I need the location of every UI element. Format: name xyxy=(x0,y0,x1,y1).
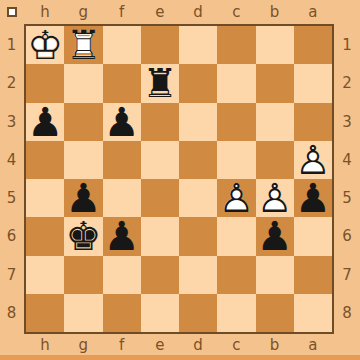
rank-label-left-4: 4 xyxy=(0,141,23,179)
square-a2[interactable] xyxy=(294,64,332,102)
piece-glyph: ♟ xyxy=(64,179,102,217)
file-label-bottom-d: d xyxy=(179,335,217,355)
square-d6[interactable] xyxy=(179,217,217,255)
piece-fill-layer: ♟ xyxy=(256,179,294,217)
square-e4[interactable] xyxy=(141,141,179,179)
white-pawn-b5[interactable]: ♟♙ xyxy=(256,179,294,217)
file-label-bottom-a: a xyxy=(294,335,332,355)
square-c5[interactable]: ♟♙ xyxy=(217,179,255,217)
square-c7[interactable] xyxy=(217,256,255,294)
square-g6[interactable]: ♚ xyxy=(64,217,102,255)
rank-label-right-8: 8 xyxy=(336,294,358,332)
chessboard-frame: hgfedcba 12345678 12345678 hgfedcba ♚♔♜♖… xyxy=(0,0,360,360)
rank-labels-right: 12345678 xyxy=(336,26,358,332)
file-label-bottom-e: e xyxy=(141,335,179,355)
square-c4[interactable] xyxy=(217,141,255,179)
square-d7[interactable] xyxy=(179,256,217,294)
rank-labels-left: 12345678 xyxy=(0,26,23,332)
board: ♚♔♜♖♜♟♟♟♙♟♟♙♟♙♟♚♟♟ xyxy=(24,24,334,334)
white-pawn-c5[interactable]: ♟♙ xyxy=(217,179,255,217)
rank-label-right-2: 2 xyxy=(336,64,358,102)
square-b5[interactable]: ♟♙ xyxy=(256,179,294,217)
rank-label-right-3: 3 xyxy=(336,103,358,141)
file-label-top-f: f xyxy=(103,0,141,23)
square-c1[interactable] xyxy=(217,26,255,64)
rank-label-left-2: 2 xyxy=(0,64,23,102)
rank-label-left-1: 1 xyxy=(0,26,23,64)
square-b4[interactable] xyxy=(256,141,294,179)
square-a3[interactable] xyxy=(294,103,332,141)
square-f5[interactable] xyxy=(103,179,141,217)
file-label-top-a: a xyxy=(294,0,332,23)
square-c8[interactable] xyxy=(217,294,255,332)
rank-label-right-1: 1 xyxy=(336,26,358,64)
square-b2[interactable] xyxy=(256,64,294,102)
rank-label-right-6: 6 xyxy=(336,217,358,255)
square-h4[interactable] xyxy=(26,141,64,179)
piece-outline-layer: ♔ xyxy=(26,26,64,64)
square-c3[interactable] xyxy=(217,103,255,141)
file-label-bottom-f: f xyxy=(103,335,141,355)
piece-fill-layer: ♚ xyxy=(26,26,64,64)
square-g7[interactable] xyxy=(64,256,102,294)
square-f8[interactable] xyxy=(103,294,141,332)
file-label-top-g: g xyxy=(64,0,102,23)
square-b1[interactable] xyxy=(256,26,294,64)
square-b7[interactable] xyxy=(256,256,294,294)
black-pawn-f6[interactable]: ♟ xyxy=(103,217,141,255)
black-pawn-g5[interactable]: ♟ xyxy=(64,179,102,217)
piece-outline-layer: ♖ xyxy=(64,26,102,64)
square-d8[interactable] xyxy=(179,294,217,332)
piece-fill-layer: ♜ xyxy=(64,26,102,64)
white-king-h1[interactable]: ♚♔ xyxy=(26,26,64,64)
square-h8[interactable] xyxy=(26,294,64,332)
square-e3[interactable] xyxy=(141,103,179,141)
file-label-top-b: b xyxy=(256,0,294,23)
piece-glyph: ♜ xyxy=(141,64,179,102)
square-g2[interactable] xyxy=(64,64,102,102)
square-a1[interactable] xyxy=(294,26,332,64)
square-d2[interactable] xyxy=(179,64,217,102)
square-f1[interactable] xyxy=(103,26,141,64)
file-label-top-e: e xyxy=(141,0,179,23)
black-king-g6[interactable]: ♚ xyxy=(64,217,102,255)
white-pawn-a4[interactable]: ♟♙ xyxy=(294,141,332,179)
square-f2[interactable] xyxy=(103,64,141,102)
file-label-top-c: c xyxy=(217,0,255,23)
piece-outline-layer: ♙ xyxy=(217,179,255,217)
piece-outline-layer: ♙ xyxy=(294,141,332,179)
piece-fill-layer: ♟ xyxy=(294,141,332,179)
rank-label-left-5: 5 xyxy=(0,179,23,217)
bottom-edge xyxy=(0,355,360,360)
piece-glyph: ♟ xyxy=(294,179,332,217)
square-a8[interactable] xyxy=(294,294,332,332)
piece-glyph: ♟ xyxy=(256,217,294,255)
square-f3[interactable]: ♟ xyxy=(103,103,141,141)
file-label-bottom-b: b xyxy=(256,335,294,355)
black-rook-e2[interactable]: ♜ xyxy=(141,64,179,102)
square-e6[interactable] xyxy=(141,217,179,255)
square-g3[interactable] xyxy=(64,103,102,141)
square-d3[interactable] xyxy=(179,103,217,141)
square-a6[interactable] xyxy=(294,217,332,255)
square-h7[interactable] xyxy=(26,256,64,294)
square-a7[interactable] xyxy=(294,256,332,294)
file-label-bottom-c: c xyxy=(217,335,255,355)
square-h5[interactable] xyxy=(26,179,64,217)
square-e7[interactable] xyxy=(141,256,179,294)
file-label-bottom-h: h xyxy=(26,335,64,355)
rank-label-right-7: 7 xyxy=(336,256,358,294)
file-label-top-d: d xyxy=(179,0,217,23)
square-f7[interactable] xyxy=(103,256,141,294)
square-g4[interactable] xyxy=(64,141,102,179)
file-label-bottom-g: g xyxy=(64,335,102,355)
black-pawn-h3[interactable]: ♟ xyxy=(26,103,64,141)
square-e8[interactable] xyxy=(141,294,179,332)
piece-glyph: ♚ xyxy=(64,217,102,255)
square-c2[interactable] xyxy=(217,64,255,102)
square-h3[interactable]: ♟ xyxy=(26,103,64,141)
piece-fill-layer: ♟ xyxy=(217,179,255,217)
square-d5[interactable] xyxy=(179,179,217,217)
black-pawn-a5[interactable]: ♟ xyxy=(294,179,332,217)
rank-label-right-4: 4 xyxy=(336,141,358,179)
square-g1[interactable]: ♜♖ xyxy=(64,26,102,64)
square-h2[interactable] xyxy=(26,64,64,102)
square-f4[interactable] xyxy=(103,141,141,179)
square-c6[interactable] xyxy=(217,217,255,255)
square-h1[interactable]: ♚♔ xyxy=(26,26,64,64)
rank-label-right-5: 5 xyxy=(336,179,358,217)
square-e1[interactable] xyxy=(141,26,179,64)
black-pawn-f3[interactable]: ♟ xyxy=(103,103,141,141)
white-rook-g1[interactable]: ♜♖ xyxy=(64,26,102,64)
square-b6[interactable]: ♟ xyxy=(256,217,294,255)
square-b3[interactable] xyxy=(256,103,294,141)
piece-glyph: ♟ xyxy=(103,217,141,255)
square-e5[interactable] xyxy=(141,179,179,217)
piece-glyph: ♟ xyxy=(103,103,141,141)
square-a5[interactable]: ♟ xyxy=(294,179,332,217)
file-labels-top: hgfedcba xyxy=(26,0,332,23)
white-to-move-indicator xyxy=(7,7,17,17)
square-g5[interactable]: ♟ xyxy=(64,179,102,217)
square-e2[interactable]: ♜ xyxy=(141,64,179,102)
square-b8[interactable] xyxy=(256,294,294,332)
file-label-top-h: h xyxy=(26,0,64,23)
rank-label-left-3: 3 xyxy=(0,103,23,141)
black-pawn-b6[interactable]: ♟ xyxy=(256,217,294,255)
piece-glyph: ♟ xyxy=(26,103,64,141)
square-h6[interactable] xyxy=(26,217,64,255)
rank-label-left-8: 8 xyxy=(0,294,23,332)
square-g8[interactable] xyxy=(64,294,102,332)
square-d4[interactable] xyxy=(179,141,217,179)
square-a4[interactable]: ♟♙ xyxy=(294,141,332,179)
file-labels-bottom: hgfedcba xyxy=(26,335,332,355)
piece-outline-layer: ♙ xyxy=(256,179,294,217)
rank-label-left-6: 6 xyxy=(0,217,23,255)
square-f6[interactable]: ♟ xyxy=(103,217,141,255)
rank-label-left-7: 7 xyxy=(0,256,23,294)
square-d1[interactable] xyxy=(179,26,217,64)
